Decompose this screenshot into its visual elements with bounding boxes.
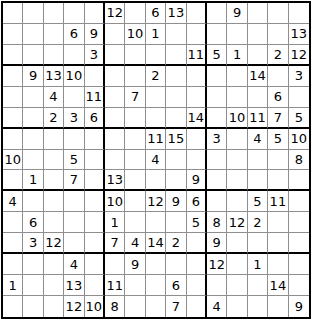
cell-r8c1[interactable]: 10 xyxy=(3,150,23,171)
cell-r13c1[interactable] xyxy=(3,254,23,275)
cell-r11c3[interactable] xyxy=(44,212,64,233)
cell-r13c6[interactable] xyxy=(105,254,125,275)
cell-r15c4[interactable]: 12 xyxy=(64,296,84,317)
cell-r1c11[interactable] xyxy=(207,3,227,24)
cell-r7c4[interactable] xyxy=(64,129,84,150)
cell-r1c5[interactable] xyxy=(85,3,105,24)
cell-r12c1[interactable] xyxy=(3,233,23,254)
cell-r5c4[interactable] xyxy=(64,87,84,108)
cell-r7c11[interactable]: 3 xyxy=(207,129,227,150)
cell-r8c7[interactable] xyxy=(125,150,145,171)
cell-r15c5[interactable]: 10 xyxy=(85,296,105,317)
cell-r14c10[interactable] xyxy=(187,275,207,296)
cell-r8c12[interactable] xyxy=(227,150,247,171)
cell-r12c13[interactable] xyxy=(248,233,268,254)
cell-r12c5[interactable] xyxy=(85,233,105,254)
cell-r8c8[interactable]: 4 xyxy=(146,150,166,171)
cell-r5c12[interactable] xyxy=(227,87,247,108)
cell-r10c9[interactable]: 9 xyxy=(166,191,186,212)
cell-r3c13[interactable] xyxy=(248,45,268,66)
cell-r11c6[interactable]: 1 xyxy=(105,212,125,233)
cell-r14c9[interactable]: 6 xyxy=(166,275,186,296)
cell-r9c13[interactable] xyxy=(248,170,268,191)
cell-r3c9[interactable] xyxy=(166,45,186,66)
cell-r2c6[interactable] xyxy=(105,24,125,45)
cell-r10c6[interactable]: 10 xyxy=(105,191,125,212)
cell-r6c4[interactable]: 3 xyxy=(64,108,84,129)
cell-r9c11[interactable] xyxy=(207,170,227,191)
cell-r10c4[interactable] xyxy=(64,191,84,212)
cell-r9c6[interactable]: 13 xyxy=(105,170,125,191)
cell-r13c8[interactable] xyxy=(146,254,166,275)
cell-r9c12[interactable] xyxy=(227,170,247,191)
cell-r15c14[interactable] xyxy=(268,296,288,317)
cell-r12c14[interactable] xyxy=(268,233,288,254)
cell-r6c10[interactable]: 14 xyxy=(187,108,207,129)
cell-r12c9[interactable]: 2 xyxy=(166,233,186,254)
cell-r6c13[interactable]: 11 xyxy=(248,108,268,129)
cell-r10c3[interactable] xyxy=(44,191,64,212)
cell-r15c6[interactable]: 8 xyxy=(105,296,125,317)
cell-r3c7[interactable] xyxy=(125,45,145,66)
cell-r5c2[interactable] xyxy=(23,87,43,108)
cell-r15c1[interactable] xyxy=(3,296,23,317)
cell-r7c12[interactable] xyxy=(227,129,247,150)
cell-r3c15[interactable]: 12 xyxy=(289,45,309,66)
cell-r11c13[interactable]: 2 xyxy=(248,212,268,233)
cell-r15c12[interactable] xyxy=(227,296,247,317)
cell-r6c9[interactable] xyxy=(166,108,186,129)
cell-r5c7[interactable]: 7 xyxy=(125,87,145,108)
cell-r13c15[interactable] xyxy=(289,254,309,275)
cell-r2c12[interactable] xyxy=(227,24,247,45)
cell-r12c6[interactable]: 7 xyxy=(105,233,125,254)
cell-r7c3[interactable] xyxy=(44,129,64,150)
cell-r13c14[interactable] xyxy=(268,254,288,275)
cell-r2c4[interactable]: 6 xyxy=(64,24,84,45)
cell-r9c1[interactable] xyxy=(3,170,23,191)
cell-r8c15[interactable]: 8 xyxy=(289,150,309,171)
cell-r8c10[interactable] xyxy=(187,150,207,171)
cell-r12c11[interactable]: 9 xyxy=(207,233,227,254)
cell-r10c7[interactable] xyxy=(125,191,145,212)
cell-r10c10[interactable]: 6 xyxy=(187,191,207,212)
cell-r8c4[interactable]: 5 xyxy=(64,150,84,171)
cell-r14c3[interactable] xyxy=(44,275,64,296)
cell-r4c3[interactable]: 13 xyxy=(44,66,64,87)
cell-r7c6[interactable] xyxy=(105,129,125,150)
cell-r5c6[interactable] xyxy=(105,87,125,108)
cell-r4c11[interactable] xyxy=(207,66,227,87)
cell-r14c1[interactable]: 1 xyxy=(3,275,23,296)
cell-r10c11[interactable] xyxy=(207,191,227,212)
cell-r6c11[interactable] xyxy=(207,108,227,129)
cell-r3c11[interactable]: 5 xyxy=(207,45,227,66)
cell-r6c8[interactable] xyxy=(146,108,166,129)
cell-r14c7[interactable] xyxy=(125,275,145,296)
cell-r7c15[interactable]: 10 xyxy=(289,129,309,150)
cell-r9c14[interactable] xyxy=(268,170,288,191)
cell-r4c1[interactable] xyxy=(3,66,23,87)
cell-r3c8[interactable] xyxy=(146,45,166,66)
cell-r2c7[interactable]: 10 xyxy=(125,24,145,45)
cell-r13c7[interactable]: 9 xyxy=(125,254,145,275)
cell-r5c10[interactable] xyxy=(187,87,207,108)
cell-r11c1[interactable] xyxy=(3,212,23,233)
cell-r3c2[interactable] xyxy=(23,45,43,66)
cell-r11c15[interactable] xyxy=(289,212,309,233)
cell-r7c8[interactable]: 11 xyxy=(146,129,166,150)
cell-r1c6[interactable]: 12 xyxy=(105,3,125,24)
cell-r1c14[interactable] xyxy=(268,3,288,24)
cell-r3c6[interactable] xyxy=(105,45,125,66)
cell-r9c2[interactable]: 1 xyxy=(23,170,43,191)
cell-r15c2[interactable] xyxy=(23,296,43,317)
cell-r6c1[interactable] xyxy=(3,108,23,129)
cell-r6c3[interactable]: 2 xyxy=(44,108,64,129)
sudoku-board: 1261396910113311512129131021434117623614… xyxy=(1,1,311,319)
cell-r7c7[interactable] xyxy=(125,129,145,150)
cell-r9c5[interactable] xyxy=(85,170,105,191)
cell-r5c5[interactable]: 11 xyxy=(85,87,105,108)
cell-r14c4[interactable]: 13 xyxy=(64,275,84,296)
cell-r3c12[interactable]: 1 xyxy=(227,45,247,66)
cell-r11c7[interactable] xyxy=(125,212,145,233)
cell-r1c3[interactable] xyxy=(44,3,64,24)
cell-r11c12[interactable]: 12 xyxy=(227,212,247,233)
cell-r9c9[interactable] xyxy=(166,170,186,191)
cell-r1c4[interactable] xyxy=(64,3,84,24)
cell-r1c2[interactable] xyxy=(23,3,43,24)
cell-r9c7[interactable] xyxy=(125,170,145,191)
cell-r13c10[interactable] xyxy=(187,254,207,275)
cell-r4c9[interactable] xyxy=(166,66,186,87)
cell-r15c9[interactable]: 7 xyxy=(166,296,186,317)
cell-r15c8[interactable] xyxy=(146,296,166,317)
cell-r9c3[interactable] xyxy=(44,170,64,191)
cell-r12c8[interactable]: 14 xyxy=(146,233,166,254)
cell-r1c13[interactable] xyxy=(248,3,268,24)
cell-r8c9[interactable] xyxy=(166,150,186,171)
cell-r1c10[interactable] xyxy=(187,3,207,24)
cell-r13c13[interactable]: 1 xyxy=(248,254,268,275)
cell-r7c14[interactable]: 5 xyxy=(268,129,288,150)
cell-r11c14[interactable] xyxy=(268,212,288,233)
cell-r4c12[interactable] xyxy=(227,66,247,87)
cell-r14c12[interactable] xyxy=(227,275,247,296)
cell-r15c3[interactable] xyxy=(44,296,64,317)
cell-r12c7[interactable]: 4 xyxy=(125,233,145,254)
cell-r6c6[interactable] xyxy=(105,108,125,129)
cell-r9c10[interactable]: 9 xyxy=(187,170,207,191)
cell-r5c9[interactable] xyxy=(166,87,186,108)
cell-r8c6[interactable] xyxy=(105,150,125,171)
cell-r15c7[interactable] xyxy=(125,296,145,317)
cell-r5c8[interactable] xyxy=(146,87,166,108)
cell-r12c10[interactable] xyxy=(187,233,207,254)
cell-r1c1[interactable] xyxy=(3,3,23,24)
cell-r5c15[interactable] xyxy=(289,87,309,108)
sudoku-page: 1261396910113311512129131021434117623614… xyxy=(0,0,312,320)
cell-r3c14[interactable]: 2 xyxy=(268,45,288,66)
cell-r2c5[interactable]: 9 xyxy=(85,24,105,45)
cell-r4c4[interactable]: 10 xyxy=(64,66,84,87)
cell-r8c3[interactable] xyxy=(44,150,64,171)
cell-r9c4[interactable]: 7 xyxy=(64,170,84,191)
cell-r14c11[interactable] xyxy=(207,275,227,296)
cell-r5c1[interactable] xyxy=(3,87,23,108)
cell-r2c1[interactable] xyxy=(3,24,23,45)
cell-r14c15[interactable] xyxy=(289,275,309,296)
cell-r5c11[interactable] xyxy=(207,87,227,108)
cell-r14c6[interactable]: 11 xyxy=(105,275,125,296)
cell-r2c14[interactable] xyxy=(268,24,288,45)
cell-r14c14[interactable]: 14 xyxy=(268,275,288,296)
cell-r14c2[interactable] xyxy=(23,275,43,296)
cell-r7c1[interactable] xyxy=(3,129,23,150)
cell-r2c8[interactable]: 1 xyxy=(146,24,166,45)
cell-r15c15[interactable]: 9 xyxy=(289,296,309,317)
cell-r13c4[interactable]: 4 xyxy=(64,254,84,275)
cell-r7c9[interactable]: 15 xyxy=(166,129,186,150)
cell-r11c11[interactable]: 8 xyxy=(207,212,227,233)
cell-r5c3[interactable]: 4 xyxy=(44,87,64,108)
cell-r10c1[interactable]: 4 xyxy=(3,191,23,212)
cell-r2c15[interactable]: 13 xyxy=(289,24,309,45)
cell-r8c5[interactable] xyxy=(85,150,105,171)
cell-r10c2[interactable] xyxy=(23,191,43,212)
cell-r15c10[interactable] xyxy=(187,296,207,317)
cell-r1c9[interactable]: 13 xyxy=(166,3,186,24)
cell-r3c4[interactable] xyxy=(64,45,84,66)
cell-r6c7[interactable] xyxy=(125,108,145,129)
cell-r6c12[interactable]: 10 xyxy=(227,108,247,129)
cell-r7c2[interactable] xyxy=(23,129,43,150)
cell-r6c5[interactable]: 6 xyxy=(85,108,105,129)
cell-r1c7[interactable] xyxy=(125,3,145,24)
cell-r11c10[interactable]: 5 xyxy=(187,212,207,233)
cell-r2c11[interactable] xyxy=(207,24,227,45)
cell-r14c13[interactable] xyxy=(248,275,268,296)
cell-r11c5[interactable] xyxy=(85,212,105,233)
cell-r10c14[interactable]: 11 xyxy=(268,191,288,212)
cell-r4c10[interactable] xyxy=(187,66,207,87)
cell-r10c13[interactable]: 5 xyxy=(248,191,268,212)
cell-r3c3[interactable] xyxy=(44,45,64,66)
cell-r13c2[interactable] xyxy=(23,254,43,275)
cell-r8c13[interactable] xyxy=(248,150,268,171)
cell-r11c4[interactable] xyxy=(64,212,84,233)
cell-r11c9[interactable] xyxy=(166,212,186,233)
cell-r10c12[interactable] xyxy=(227,191,247,212)
cell-r13c3[interactable] xyxy=(44,254,64,275)
cell-r8c2[interactable] xyxy=(23,150,43,171)
cell-r13c9[interactable] xyxy=(166,254,186,275)
cell-r4c6[interactable] xyxy=(105,66,125,87)
cell-r7c13[interactable]: 4 xyxy=(248,129,268,150)
cell-r13c12[interactable] xyxy=(227,254,247,275)
cell-r2c13[interactable] xyxy=(248,24,268,45)
cell-r3c1[interactable] xyxy=(3,45,23,66)
cell-r4c15[interactable]: 3 xyxy=(289,66,309,87)
cell-r10c15[interactable] xyxy=(289,191,309,212)
cell-r11c2[interactable]: 6 xyxy=(23,212,43,233)
cell-r2c3[interactable] xyxy=(44,24,64,45)
cell-r12c3[interactable]: 12 xyxy=(44,233,64,254)
cell-r4c2[interactable]: 9 xyxy=(23,66,43,87)
cell-r10c5[interactable] xyxy=(85,191,105,212)
cell-r3c10[interactable]: 11 xyxy=(187,45,207,66)
cell-r6c2[interactable] xyxy=(23,108,43,129)
cell-r10c8[interactable]: 12 xyxy=(146,191,166,212)
cell-r13c5[interactable] xyxy=(85,254,105,275)
cell-r11c8[interactable] xyxy=(146,212,166,233)
cell-r5c14[interactable]: 6 xyxy=(268,87,288,108)
cell-r14c5[interactable] xyxy=(85,275,105,296)
cell-r6c15[interactable]: 5 xyxy=(289,108,309,129)
cell-r4c7[interactable] xyxy=(125,66,145,87)
cell-r12c15[interactable] xyxy=(289,233,309,254)
cell-r2c2[interactable] xyxy=(23,24,43,45)
cell-r4c14[interactable] xyxy=(268,66,288,87)
cell-r1c8[interactable]: 6 xyxy=(146,3,166,24)
cell-r15c13[interactable] xyxy=(248,296,268,317)
cell-r2c9[interactable] xyxy=(166,24,186,45)
cell-r4c13[interactable]: 14 xyxy=(248,66,268,87)
cell-r13c11[interactable]: 12 xyxy=(207,254,227,275)
cell-r2c10[interactable] xyxy=(187,24,207,45)
cell-r12c4[interactable] xyxy=(64,233,84,254)
cell-r4c5[interactable] xyxy=(85,66,105,87)
cell-r5c13[interactable] xyxy=(248,87,268,108)
cell-r4c8[interactable]: 2 xyxy=(146,66,166,87)
cell-r1c12[interactable]: 9 xyxy=(227,3,247,24)
cell-r8c11[interactable] xyxy=(207,150,227,171)
cell-r14c8[interactable] xyxy=(146,275,166,296)
cell-r1c15[interactable] xyxy=(289,3,309,24)
cell-r7c10[interactable] xyxy=(187,129,207,150)
cell-r9c15[interactable] xyxy=(289,170,309,191)
cell-r8c14[interactable] xyxy=(268,150,288,171)
cell-r7c5[interactable] xyxy=(85,129,105,150)
cell-r12c12[interactable] xyxy=(227,233,247,254)
cell-r3c5[interactable]: 3 xyxy=(85,45,105,66)
cell-r15c11[interactable]: 4 xyxy=(207,296,227,317)
cell-r9c8[interactable] xyxy=(146,170,166,191)
cell-r6c14[interactable]: 7 xyxy=(268,108,288,129)
cell-r12c2[interactable]: 3 xyxy=(23,233,43,254)
